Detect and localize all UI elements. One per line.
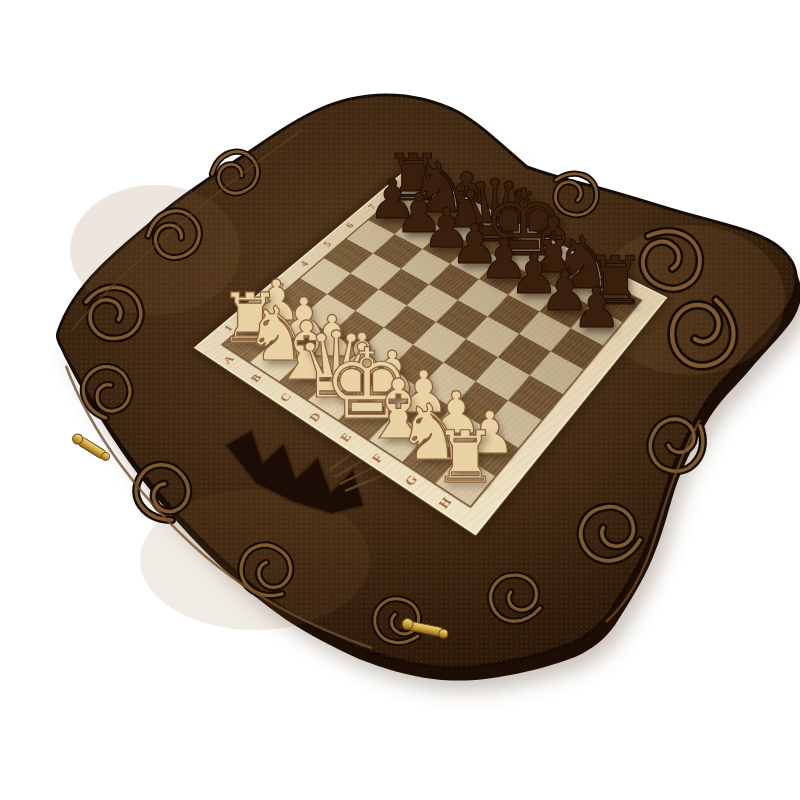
carved-chess-set-photo: 87654321 ABCDEFGH ♜♞♝♛♚♝♞♜♟♟♟♟♟♟♟♟♟♟♟♟♟♟… <box>0 0 800 800</box>
brass-clasp-left <box>71 432 112 463</box>
